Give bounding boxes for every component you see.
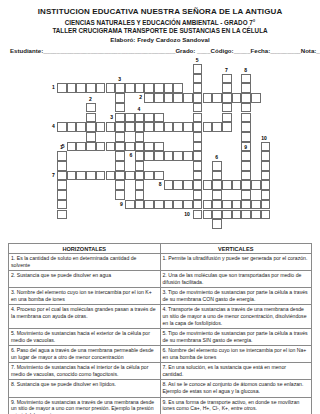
crossword-cell[interactable] [125,171,135,181]
crossword-cell[interactable] [222,83,232,93]
crossword-cell[interactable] [76,83,86,93]
crossword-cell[interactable] [261,210,271,220]
crossword-cell[interactable] [164,122,174,132]
clue-across-3: 3. Nombre del elemento cuyo ion se inter… [9,288,161,305]
crossword-cell[interactable] [193,171,203,181]
clue-across-8: 8. Sustancia que se puede disolver en lí… [9,380,161,397]
crossword-cell[interactable] [193,64,203,74]
clue-row-2: 2. Sustancia que se puede disolver en ag… [9,271,312,288]
crossword-cell[interactable] [154,151,164,161]
crossword-cell[interactable] [173,151,183,161]
clue-down-8: 8. Así se le conoce al conjunto de átomo… [160,380,312,397]
crossword-cell[interactable] [86,122,96,132]
crossword-cell[interactable] [154,171,164,181]
crossword-cell[interactable] [164,83,174,93]
crossword-cell[interactable] [106,83,116,93]
crossword-cell[interactable] [193,142,203,152]
clue-across-6: 6. Paso del agua a través de una membran… [9,346,161,363]
crossword-cell[interactable] [76,142,86,152]
clue-number-down-1: 1 [60,145,63,150]
crossword-cell[interactable] [212,200,222,210]
crossword-cell[interactable] [144,142,154,152]
crossword-cell[interactable] [57,180,67,190]
crossword-cell[interactable] [135,132,145,142]
crossword-cell[interactable] [222,93,232,103]
crossword-cell[interactable] [154,83,164,93]
crossword-cell[interactable] [241,161,251,171]
clue-number-across-6: 6 [130,153,133,158]
clue-across-4: 4. Proceso por el cual las moléculas gra… [9,305,161,329]
crossword-cell[interactable] [222,103,232,113]
crossword-cell[interactable] [115,161,125,171]
crossword-cell[interactable] [261,171,271,181]
crossword-cell[interactable] [164,200,174,210]
crossword-cell[interactable] [125,83,135,93]
crossword-cell[interactable] [193,83,203,93]
clue-number-across-4: 4 [52,124,55,129]
crossword-cell[interactable] [232,200,242,210]
crossword-cell[interactable] [86,132,96,142]
crossword-cell[interactable] [96,142,106,152]
crossword-cell[interactable] [183,200,193,210]
crossword-cell[interactable] [212,122,222,132]
clues-table: HORIZONTALES VERTICALES 1. Es la cantida… [8,243,312,414]
clue-across-7: 7. Movimiento de sustancias hacia el int… [9,363,161,380]
crossword-cell[interactable] [154,93,164,103]
clue-down-1: 1. Permite la ultradifusión y puede ser … [160,254,312,271]
crossword-cell[interactable] [125,122,135,132]
crossword-cell[interactable] [183,180,193,190]
clue-number-down-5: 5 [196,58,199,63]
clue-number-across-1: 1 [52,85,55,90]
crossword-cell[interactable] [241,200,251,210]
crossword-cell[interactable] [115,93,125,103]
crossword-cell[interactable] [106,171,116,181]
crossword-cell[interactable] [115,171,125,181]
clue-number-down-9: 9 [244,145,247,150]
crossword-cell[interactable] [193,132,203,142]
crossword-cell[interactable] [115,180,125,190]
crossword-cell[interactable] [261,190,271,200]
crossword-cell[interactable] [193,180,203,190]
crossword-cell[interactable] [222,210,232,220]
crossword-cell[interactable] [261,180,271,190]
crossword-cell[interactable] [86,171,96,181]
crossword-cell[interactable] [212,180,222,190]
crossword-cell[interactable] [183,122,193,132]
crossword-cell[interactable] [241,103,251,113]
crossword-cell[interactable] [222,122,232,132]
crossword-cell[interactable] [115,190,125,200]
clue-down-4: 4. Transporte de sustancias a través de … [160,305,312,329]
crossword-cell[interactable] [115,151,125,161]
crossword-cell[interactable] [241,151,251,161]
crossword-cell[interactable] [164,151,174,161]
crossword-cell[interactable] [154,122,164,132]
crossword-cell[interactable] [173,83,183,93]
clue-number-across-3: 3 [110,115,113,120]
clue-row-7: 7. Movimiento de sustancias hacia el int… [9,363,312,380]
clue-number-down-2: 2 [89,97,92,102]
crossword-cell[interactable] [241,83,251,93]
crossword-cell[interactable] [96,171,106,181]
crossword-cell[interactable] [67,83,77,93]
clue-number-across-9: 9 [120,202,123,207]
clue-number-across-2: 2 [139,95,142,100]
clue-across-9: 9. Movimiento de sustancias a través de … [9,397,161,414]
crossword-cell[interactable] [125,142,135,152]
crossword-cell[interactable] [86,142,96,152]
crossword-cell[interactable] [212,171,222,181]
crossword-cell[interactable] [57,171,67,181]
crossword-cell[interactable] [135,113,145,123]
clue-row-4: 4. Proceso por el cual las moléculas gra… [9,305,312,329]
clue-number-across-7: 7 [52,173,55,178]
crossword-cell[interactable] [241,190,251,200]
crossword-cell[interactable] [241,113,251,123]
crossword-cell[interactable] [241,132,251,142]
clue-row-1: 1. Es la cantidad de soluto en determina… [9,254,312,271]
crossword-cell[interactable] [86,103,96,113]
crossword-cell[interactable] [241,210,251,220]
crossword-cell[interactable] [135,171,145,181]
crossword-cell[interactable] [86,113,96,123]
crossword-cell[interactable] [241,180,251,190]
crossword-cell[interactable] [67,122,77,132]
crossword-cell[interactable] [193,74,203,84]
crossword-cell[interactable] [193,122,203,132]
clue-row-5: 5. Movimiento de sustancias hacia el ext… [9,329,312,346]
crossword-cell[interactable] [135,151,145,161]
crossword-cell[interactable] [203,200,213,210]
clue-across-5: 5. Movimiento de sustancias hacia el ext… [9,329,161,346]
crossword-cell[interactable] [183,151,193,161]
crossword-cell[interactable] [193,200,203,210]
crossword-cell[interactable] [203,180,213,190]
crossword-cell[interactable] [57,122,67,132]
clue-down-7: 7. En una solución, es la sustancia que … [160,363,312,380]
clues-section: HORIZONTALES VERTICALES 1. Es la cantida… [8,243,312,414]
crossword-cell[interactable] [164,180,174,190]
crossword-cell[interactable] [76,171,86,181]
crossword-cell[interactable] [193,161,203,171]
clue-number-down-6: 6 [215,155,218,160]
crossword-cell[interactable] [57,190,67,200]
clue-number-down-10: 10 [261,136,267,141]
crossword-cell[interactable] [125,113,135,123]
crossword-cell[interactable] [115,103,125,113]
crossword-cell[interactable] [251,93,261,103]
crossword-cell[interactable] [183,93,193,103]
crossword-cell[interactable] [222,200,232,210]
crossword-cell[interactable] [193,190,203,200]
crossword-cell[interactable] [193,103,203,113]
crossword-cell[interactable] [86,83,96,93]
horizontales-header: HORIZONTALES [9,244,161,254]
crossword-cell[interactable] [212,93,222,103]
crossword-cell[interactable] [135,200,145,210]
crossword-cell[interactable] [76,122,86,132]
crossword-cell[interactable] [251,200,261,210]
crossword-cell[interactable] [173,200,183,210]
clue-number-down-8: 8 [244,68,247,73]
crossword-cell[interactable] [212,190,222,200]
crossword-cell[interactable] [212,219,222,229]
crossword-cell[interactable] [251,180,261,190]
crossword-cell[interactable] [144,113,154,123]
crossword-cell[interactable] [154,200,164,210]
crossword-cell[interactable] [222,74,232,84]
crossword-cell[interactable] [261,142,271,152]
crossword-cell[interactable] [203,93,213,103]
crossword-cell[interactable] [67,171,77,181]
crossword-cell[interactable] [222,180,232,190]
clue-row-9: 9. Movimiento de sustancias a través de … [9,397,312,414]
crossword-cell[interactable] [115,113,125,123]
crossword-cell[interactable] [115,132,125,142]
crossword-cell[interactable] [135,83,145,93]
crossword-cell[interactable] [106,142,116,152]
worksheet-page: INSTITUCION EDUCATIVA NUESTRA SEÑORA DE … [0,0,320,414]
crossword-cell[interactable] [57,210,67,220]
crossword-cell[interactable] [144,83,154,93]
crossword-cell[interactable] [203,122,213,132]
crossword-cell[interactable] [232,210,242,220]
crossword-cell[interactable] [144,171,154,181]
crossword-cell[interactable] [241,171,251,181]
clue-row-6: 6. Paso del agua a través de una membran… [9,346,312,363]
clue-number-across-10: 10 [184,212,190,217]
crossword-cell[interactable] [135,142,145,152]
crossword-cell[interactable] [144,122,154,132]
crossword-grid: 1234567891012345678910 [0,0,320,242]
crossword-cell[interactable] [57,161,67,171]
clue-number-across-8: 8 [159,182,162,187]
crossword-cell[interactable] [261,161,271,171]
crossword-cell[interactable] [57,151,67,161]
clue-down-9: 9. Es una forma de transporte activo, en… [160,397,312,414]
clue-down-6: 6. Nombre del elemento cuyo ion se inter… [160,346,312,363]
crossword-cell[interactable] [241,93,251,103]
crossword-cell[interactable] [115,122,125,132]
crossword-cell[interactable] [203,210,213,220]
crossword-cell[interactable] [106,122,116,132]
crossword-cell[interactable] [251,210,261,220]
clue-number-down-4: 4 [138,107,141,112]
crossword-cell[interactable] [135,190,145,200]
crossword-cell[interactable] [193,151,203,161]
crossword-cell[interactable] [144,93,154,103]
crossword-cell[interactable] [232,93,242,103]
crossword-cell[interactable] [193,93,203,103]
clue-down-2: 2. Una de las moléculas que son transpor… [160,271,312,288]
crossword-cell[interactable] [135,122,145,132]
crossword-cell[interactable] [173,180,183,190]
crossword-cell[interactable] [115,142,125,152]
crossword-cell[interactable] [261,200,271,210]
crossword-cell[interactable] [57,200,67,210]
crossword-cell[interactable] [135,180,145,190]
crossword-cell[interactable] [144,200,154,210]
crossword-cell[interactable] [154,142,164,152]
clue-number-down-3: 3 [118,77,121,82]
crossword-cell[interactable] [164,93,174,103]
crossword-cell[interactable] [173,93,183,103]
crossword-cell[interactable] [193,113,203,123]
crossword-cell[interactable] [261,151,271,161]
crossword-cell[interactable] [96,83,106,93]
clue-across-2: 2. Sustancia que se puede disolver en ag… [9,271,161,288]
crossword-cell[interactable] [135,161,145,171]
crossword-cell[interactable] [57,83,67,93]
crossword-cell[interactable] [212,161,222,171]
crossword-cell[interactable] [125,200,135,210]
clue-number-down-7: 7 [225,68,228,73]
clue-down-3: 3. Tipo de movimiento de sustancias por … [160,288,312,305]
clue-row-3: 3. Nombre del elemento cuyo ion se inter… [9,288,312,305]
crossword-cell[interactable] [212,210,222,220]
crossword-cell[interactable] [241,74,251,84]
crossword-cell[interactable] [144,151,154,161]
crossword-cell[interactable] [232,180,242,190]
crossword-cell[interactable] [241,122,251,132]
clue-across-1: 1. Es la cantidad de soluto en determina… [9,254,161,271]
crossword-cell[interactable] [67,142,77,152]
crossword-cell[interactable] [193,210,203,220]
crossword-cell[interactable] [222,113,232,123]
clue-row-8: 8. Sustancia que se puede disolver en lí… [9,380,312,397]
verticales-header: VERTICALES [160,244,312,254]
crossword-cell[interactable] [115,83,125,93]
crossword-cell[interactable] [173,122,183,132]
crossword-cell[interactable] [154,113,164,123]
clues-body: 1. Es la cantidad de soluto en determina… [9,254,312,414]
crossword-cell[interactable] [96,122,106,132]
clue-down-5: 5. Tipo de movimiento de sustancias por … [160,329,312,346]
